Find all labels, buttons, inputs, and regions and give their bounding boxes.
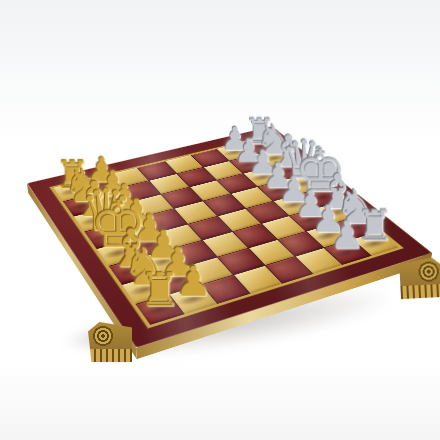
silver-pawn: ♟ — [311, 216, 383, 254]
product-photo-scene: ♜♞♝♛♚♝♞♜♟♟♟♟♟♟♟♟♟♟♟♟♟♟♟♟♜♞♝♛♚♝♞♜ — [0, 0, 440, 440]
chessboard-3d-wrapper: ♜♞♝♛♚♝♞♜♟♟♟♟♟♟♟♟♟♟♟♟♟♟♟♟♜♞♝♛♚♝♞♜ — [67, 66, 367, 366]
gold-rook: ♜ — [120, 266, 199, 313]
board-foot-left-ionic-scroll — [88, 322, 132, 362]
